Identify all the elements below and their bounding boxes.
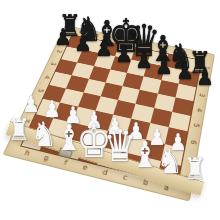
chess-piece-bP: ♟ <box>196 66 214 89</box>
chess-piece-bP: ♟ <box>135 49 153 72</box>
chess-piece-wB: ♝ <box>131 137 158 173</box>
chess-piece-wR: ♜ <box>184 154 207 184</box>
chess-piece-wR: ♜ <box>8 115 31 145</box>
chess-piece-wN: ♞ <box>157 145 183 179</box>
chess-piece-bP: ♟ <box>75 31 93 54</box>
chess-piece-bP: ♟ <box>176 60 194 83</box>
chess-piece-bP: ♟ <box>95 37 113 60</box>
chess-piece-wN: ♞ <box>31 117 57 151</box>
chess-piece-bP: ♟ <box>115 43 133 66</box>
chess-piece-bP: ♟ <box>54 26 72 49</box>
chess-piece-bP: ♟ <box>156 54 174 77</box>
pieces-layer: ♜♞♝♚♛♝♞♜♟♟♟♟♟♟♟♟♟♟♟♟♟♟♟♟♜♞♝♚♛♝♞♜ <box>0 0 220 220</box>
chess-set-photo: hgfedcba hgfedcba 12345678 12345678 ♜♞♝♚… <box>0 0 220 220</box>
